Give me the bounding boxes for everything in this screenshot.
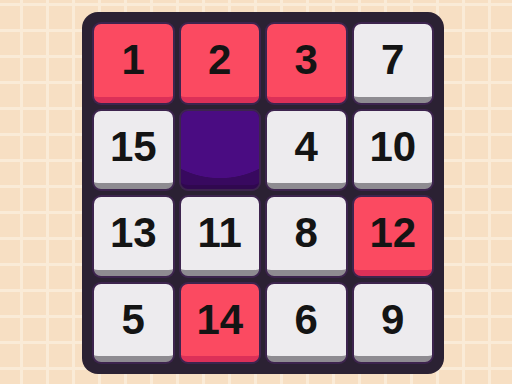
tile-6[interactable]: 6 — [267, 284, 346, 363]
tile-9[interactable]: 9 — [354, 284, 433, 363]
tile-grid: 123715410131181251469 — [94, 24, 432, 362]
tile-15[interactable]: 15 — [94, 111, 173, 190]
tile-12[interactable]: 12 — [354, 197, 433, 276]
tile-2[interactable]: 2 — [181, 24, 260, 103]
tile-4[interactable]: 4 — [267, 111, 346, 190]
puzzle-board: 123715410131181251469 — [82, 12, 444, 374]
tile-3[interactable]: 3 — [267, 24, 346, 103]
tile-7[interactable]: 7 — [354, 24, 433, 103]
tile-11[interactable]: 11 — [181, 197, 260, 276]
tile-8[interactable]: 8 — [267, 197, 346, 276]
tile-10[interactable]: 10 — [354, 111, 433, 190]
tile-14[interactable]: 14 — [181, 284, 260, 363]
tile-13[interactable]: 13 — [94, 197, 173, 276]
tile-5[interactable]: 5 — [94, 284, 173, 363]
tile-1[interactable]: 1 — [94, 24, 173, 103]
empty-cell — [181, 111, 260, 190]
